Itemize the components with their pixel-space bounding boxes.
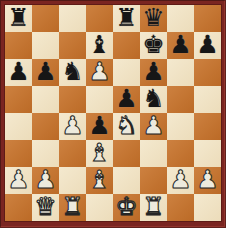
square-a3[interactable] xyxy=(5,140,32,167)
white-pawn[interactable]: ♟ xyxy=(34,166,56,193)
black-pawn[interactable]: ♟ xyxy=(142,58,164,85)
square-a8[interactable]: ♜ xyxy=(5,5,32,32)
square-c8[interactable] xyxy=(59,5,86,32)
square-e1[interactable]: ♚ xyxy=(113,194,140,221)
square-e3[interactable] xyxy=(113,140,140,167)
square-d7[interactable]: ♝ xyxy=(86,32,113,59)
square-c7[interactable] xyxy=(59,32,86,59)
square-e2[interactable] xyxy=(113,167,140,194)
square-b4[interactable] xyxy=(32,113,59,140)
square-d5[interactable] xyxy=(86,86,113,113)
square-f7[interactable]: ♚ xyxy=(140,32,167,59)
square-c3[interactable] xyxy=(59,140,86,167)
black-pawn[interactable]: ♟ xyxy=(196,31,218,58)
square-b5[interactable] xyxy=(32,86,59,113)
square-h6[interactable] xyxy=(194,59,221,86)
chess-board: ♜♜♛♝♚♟♟♟♟♞♟♟♟♞♟♟♞♟♝♟♟♝♟♟♛♜♚♜ xyxy=(5,5,221,221)
square-c2[interactable] xyxy=(59,167,86,194)
square-e6[interactable] xyxy=(113,59,140,86)
square-g5[interactable] xyxy=(167,86,194,113)
black-knight[interactable]: ♞ xyxy=(61,58,83,85)
white-rook[interactable]: ♜ xyxy=(61,193,83,220)
board-frame: ♜♜♛♝♚♟♟♟♟♞♟♟♟♞♟♟♞♟♝♟♟♝♟♟♛♜♚♜ xyxy=(0,0,226,228)
square-h4[interactable] xyxy=(194,113,221,140)
square-f2[interactable] xyxy=(140,167,167,194)
black-bishop[interactable]: ♝ xyxy=(88,31,110,58)
black-king[interactable]: ♚ xyxy=(142,31,164,58)
square-a2[interactable]: ♟ xyxy=(5,167,32,194)
square-d6[interactable]: ♟ xyxy=(86,59,113,86)
square-g2[interactable]: ♟ xyxy=(167,167,194,194)
square-g4[interactable] xyxy=(167,113,194,140)
white-bishop[interactable]: ♝ xyxy=(88,139,110,166)
white-pawn[interactable]: ♟ xyxy=(7,166,29,193)
square-b1[interactable]: ♛ xyxy=(32,194,59,221)
square-b6[interactable]: ♟ xyxy=(32,59,59,86)
square-g1[interactable] xyxy=(167,194,194,221)
square-a4[interactable] xyxy=(5,113,32,140)
square-a5[interactable] xyxy=(5,86,32,113)
white-pawn[interactable]: ♟ xyxy=(142,112,164,139)
square-h2[interactable]: ♟ xyxy=(194,167,221,194)
square-b8[interactable] xyxy=(32,5,59,32)
black-pawn[interactable]: ♟ xyxy=(7,58,29,85)
square-c5[interactable] xyxy=(59,86,86,113)
square-f8[interactable]: ♛ xyxy=(140,5,167,32)
square-f3[interactable] xyxy=(140,140,167,167)
square-f1[interactable]: ♜ xyxy=(140,194,167,221)
square-b3[interactable] xyxy=(32,140,59,167)
black-pawn[interactable]: ♟ xyxy=(169,31,191,58)
square-h1[interactable] xyxy=(194,194,221,221)
square-b2[interactable]: ♟ xyxy=(32,167,59,194)
square-g3[interactable] xyxy=(167,140,194,167)
square-e5[interactable]: ♟ xyxy=(113,86,140,113)
white-pawn[interactable]: ♟ xyxy=(169,166,191,193)
square-d1[interactable] xyxy=(86,194,113,221)
black-pawn[interactable]: ♟ xyxy=(115,85,137,112)
white-bishop[interactable]: ♝ xyxy=(88,166,110,193)
square-h3[interactable] xyxy=(194,140,221,167)
square-c4[interactable]: ♟ xyxy=(59,113,86,140)
square-e7[interactable] xyxy=(113,32,140,59)
square-b7[interactable] xyxy=(32,32,59,59)
white-pawn[interactable]: ♟ xyxy=(61,112,83,139)
square-a6[interactable]: ♟ xyxy=(5,59,32,86)
square-h5[interactable] xyxy=(194,86,221,113)
square-c6[interactable]: ♞ xyxy=(59,59,86,86)
square-a1[interactable] xyxy=(5,194,32,221)
black-pawn[interactable]: ♟ xyxy=(88,112,110,139)
white-rook[interactable]: ♜ xyxy=(142,193,164,220)
white-pawn[interactable]: ♟ xyxy=(196,166,218,193)
square-a7[interactable] xyxy=(5,32,32,59)
white-pawn[interactable]: ♟ xyxy=(88,58,110,85)
square-e8[interactable]: ♜ xyxy=(113,5,140,32)
square-f4[interactable]: ♟ xyxy=(140,113,167,140)
square-h8[interactable] xyxy=(194,5,221,32)
square-h7[interactable]: ♟ xyxy=(194,32,221,59)
square-e4[interactable]: ♞ xyxy=(113,113,140,140)
white-king[interactable]: ♚ xyxy=(115,193,137,220)
square-d8[interactable] xyxy=(86,5,113,32)
black-knight[interactable]: ♞ xyxy=(142,85,164,112)
black-rook[interactable]: ♜ xyxy=(7,4,29,31)
white-queen[interactable]: ♛ xyxy=(34,193,56,220)
square-f5[interactable]: ♞ xyxy=(140,86,167,113)
square-d3[interactable]: ♝ xyxy=(86,140,113,167)
black-queen[interactable]: ♛ xyxy=(142,4,164,31)
square-f6[interactable]: ♟ xyxy=(140,59,167,86)
square-d4[interactable]: ♟ xyxy=(86,113,113,140)
black-rook[interactable]: ♜ xyxy=(115,4,137,31)
square-c1[interactable]: ♜ xyxy=(59,194,86,221)
square-g8[interactable] xyxy=(167,5,194,32)
square-g7[interactable]: ♟ xyxy=(167,32,194,59)
white-knight[interactable]: ♞ xyxy=(115,112,137,139)
black-pawn[interactable]: ♟ xyxy=(34,58,56,85)
square-d2[interactable]: ♝ xyxy=(86,167,113,194)
square-g6[interactable] xyxy=(167,59,194,86)
